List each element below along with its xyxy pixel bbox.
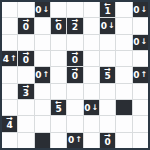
clue-number: 1 — [105, 7, 111, 16]
empty-cell-r2c1[interactable] — [18, 35, 33, 50]
empty-cell-r2c3[interactable] — [51, 35, 66, 50]
empty-cell-r4c0[interactable] — [2, 67, 17, 82]
empty-cell-r0c3[interactable] — [51, 2, 66, 17]
empty-cell-r7c8[interactable] — [133, 116, 148, 131]
empty-cell-r7c7[interactable] — [116, 116, 131, 131]
clue-number: 0 — [105, 138, 111, 147]
black-cell-r8c2 — [35, 133, 50, 148]
clue-number: 3 — [23, 89, 29, 98]
empty-cell-r7c4[interactable] — [67, 116, 82, 131]
clue-cell-r6c3: ←5 — [51, 100, 66, 115]
empty-cell-r1c7[interactable] — [116, 18, 131, 33]
clue-cell-r4c6: →5 — [100, 67, 115, 82]
empty-cell-r1c8[interactable] — [133, 18, 148, 33]
clue-number: 0 — [133, 5, 139, 15]
down-arrow-icon: ↓ — [141, 5, 148, 15]
empty-cell-r1c2[interactable] — [35, 18, 50, 33]
clue-cell-r4c2: 0↑ — [35, 67, 50, 82]
empty-cell-r6c6[interactable] — [100, 100, 115, 115]
empty-cell-r3c2[interactable] — [35, 51, 50, 66]
empty-cell-r5c4[interactable] — [67, 84, 82, 99]
empty-cell-r0c7[interactable] — [116, 2, 131, 17]
clue-cell-r3c4: →0 — [67, 51, 82, 66]
clue-number: 5 — [56, 105, 62, 114]
empty-cell-r5c3[interactable] — [51, 84, 66, 99]
empty-cell-r2c2[interactable] — [35, 35, 50, 50]
empty-cell-r6c2[interactable] — [35, 100, 50, 115]
clue-number: 0 — [101, 21, 107, 31]
clue-number: 0 — [133, 70, 139, 80]
empty-cell-r8c0[interactable] — [2, 133, 17, 148]
empty-cell-r5c6[interactable] — [100, 84, 115, 99]
clue-cell-r0c2: 0↓ — [35, 2, 50, 17]
empty-cell-r5c0[interactable] — [2, 84, 17, 99]
empty-cell-r4c1[interactable] — [18, 67, 33, 82]
empty-cell-r6c1[interactable] — [18, 100, 33, 115]
empty-cell-r5c7[interactable] — [116, 84, 131, 99]
clue-number: 5 — [105, 72, 111, 81]
yajilin-board: 0↓←10↓→0←0→20↓0↓4↑→0→00↑→0→50↑→3←50↓→40↑… — [0, 0, 150, 150]
clue-cell-r7c0: →4 — [2, 116, 17, 131]
empty-cell-r3c3[interactable] — [51, 51, 66, 66]
clue-number: 0 — [35, 5, 41, 15]
empty-cell-r3c6[interactable] — [100, 51, 115, 66]
empty-cell-r5c2[interactable] — [35, 84, 50, 99]
empty-cell-r2c7[interactable] — [116, 35, 131, 50]
up-arrow-icon: ↑ — [75, 135, 82, 145]
empty-cell-r0c1[interactable] — [18, 2, 33, 17]
empty-cell-r7c2[interactable] — [35, 116, 50, 131]
empty-cell-r3c7[interactable] — [116, 51, 131, 66]
empty-cell-r8c5[interactable] — [84, 133, 99, 148]
clue-number: 0 — [35, 70, 41, 80]
empty-cell-r4c3[interactable] — [51, 67, 66, 82]
clue-cell-r4c4: →0 — [67, 67, 82, 82]
down-arrow-icon: ↓ — [108, 21, 115, 31]
clue-cell-r8c4: 0↑ — [67, 133, 82, 148]
clue-cell-r8c6: →0 — [100, 133, 115, 148]
clue-cell-r3c0: 4↑ — [2, 51, 17, 66]
clue-cell-r0c6: ←1 — [100, 2, 115, 17]
empty-cell-r5c8[interactable] — [133, 84, 148, 99]
empty-cell-r7c5[interactable] — [84, 116, 99, 131]
up-arrow-icon: ↑ — [10, 54, 17, 64]
down-arrow-icon: ↓ — [43, 5, 50, 15]
empty-cell-r3c5[interactable] — [84, 51, 99, 66]
clue-number: 4 — [7, 121, 13, 130]
black-cell-r6c7 — [116, 100, 131, 115]
clue-cell-r5c1: →3 — [18, 84, 33, 99]
empty-cell-r4c5[interactable] — [84, 67, 99, 82]
empty-cell-r8c1[interactable] — [18, 133, 33, 148]
empty-cell-r8c3[interactable] — [51, 133, 66, 148]
clue-cell-r1c6: 0↓ — [100, 18, 115, 33]
empty-cell-r5c5[interactable] — [84, 84, 99, 99]
up-arrow-icon: ↑ — [43, 70, 50, 80]
empty-cell-r6c4[interactable] — [67, 100, 82, 115]
empty-cell-r2c4[interactable] — [67, 35, 82, 50]
clue-number: 0 — [72, 56, 78, 65]
down-arrow-icon: ↓ — [141, 37, 148, 47]
empty-cell-r0c0[interactable] — [2, 2, 17, 17]
empty-cell-r4c7[interactable] — [116, 67, 131, 82]
empty-cell-r1c0[interactable] — [2, 18, 17, 33]
clue-number: 0 — [68, 135, 74, 145]
clue-cell-r2c8: 0↓ — [133, 35, 148, 50]
clue-number: 4 — [3, 54, 9, 64]
empty-cell-r0c5[interactable] — [84, 2, 99, 17]
clue-number: 0 — [72, 72, 78, 81]
up-arrow-icon: ↑ — [141, 70, 148, 80]
clue-cell-r1c4: →2 — [67, 18, 82, 33]
empty-cell-r3c8[interactable] — [133, 51, 148, 66]
clue-cell-r1c1: →0 — [18, 18, 33, 33]
empty-cell-r6c8[interactable] — [133, 100, 148, 115]
clue-number: 0 — [23, 23, 29, 32]
clue-cell-r0c8: 0↓ — [133, 2, 148, 17]
empty-cell-r8c7[interactable] — [116, 133, 131, 148]
empty-cell-r2c0[interactable] — [2, 35, 17, 50]
empty-cell-r7c3[interactable] — [51, 116, 66, 131]
clue-number: 0 — [56, 23, 62, 32]
clue-number: 2 — [72, 23, 78, 32]
empty-cell-r1c5[interactable] — [84, 18, 99, 33]
empty-cell-r2c6[interactable] — [100, 35, 115, 50]
clue-number: 0 — [133, 37, 139, 47]
clue-cell-r6c5: 0↓ — [84, 100, 99, 115]
empty-cell-r0c4[interactable] — [67, 2, 82, 17]
clue-cell-r3c1: →0 — [18, 51, 33, 66]
clue-number: 0 — [84, 103, 90, 113]
empty-cell-r7c1[interactable] — [18, 116, 33, 131]
down-arrow-icon: ↓ — [92, 103, 99, 113]
empty-cell-r7c6[interactable] — [100, 116, 115, 131]
clue-cell-r1c3: ←0 — [51, 18, 66, 33]
clue-number: 0 — [23, 56, 29, 65]
empty-cell-r6c0[interactable] — [2, 100, 17, 115]
empty-cell-r8c8[interactable] — [133, 133, 148, 148]
clue-cell-r4c8: 0↑ — [133, 67, 148, 82]
empty-cell-r2c5[interactable] — [84, 35, 99, 50]
